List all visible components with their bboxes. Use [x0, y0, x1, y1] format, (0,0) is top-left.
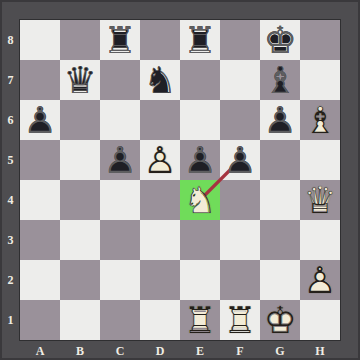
piece-white-king-g1[interactable]: ♚♔	[260, 300, 300, 340]
piece-white-queen-h4[interactable]: ♛♕	[300, 180, 340, 220]
piece-white-pawn-d5[interactable]: ♟♙	[140, 140, 180, 180]
white-rook-outline: ♖	[180, 300, 220, 340]
black-pawn-outline: ♙	[100, 140, 140, 180]
rank-label-3: 3	[2, 220, 19, 260]
black-knight-outline: ♘	[140, 60, 180, 100]
file-label-d: D	[140, 343, 180, 360]
piece-white-knight-e4[interactable]: ♞♘	[180, 180, 220, 220]
file-label-e: E	[180, 343, 220, 360]
black-rook-outline: ♖	[100, 20, 140, 60]
rank-label-5: 5	[2, 140, 19, 180]
piece-white-bishop-h6[interactable]: ♝♗	[300, 100, 340, 140]
white-rook-outline: ♖	[220, 300, 260, 340]
black-pawn-outline: ♙	[220, 140, 260, 180]
piece-black-king-g8[interactable]: ♚♔	[260, 20, 300, 60]
black-king-outline: ♔	[260, 20, 300, 60]
piece-black-rook-c8[interactable]: ♜♖	[100, 20, 140, 60]
piece-black-pawn-f5[interactable]: ♟♙	[220, 140, 260, 180]
board-pieces: ♜♖♜♖♚♔♛♕♞♘♝♗♟♙♟♙♝♗♟♙♟♙♟♙♟♙♞♘♛♕♟♙♜♖♜♖♚♔	[20, 20, 340, 340]
piece-white-rook-e1[interactable]: ♜♖	[180, 300, 220, 340]
file-label-h: H	[300, 343, 340, 360]
file-label-f: F	[220, 343, 260, 360]
black-pawn-outline: ♙	[260, 100, 300, 140]
file-label-b: B	[60, 343, 100, 360]
piece-black-bishop-g7[interactable]: ♝♗	[260, 60, 300, 100]
chess-board: ♜♖♜♖♚♔♛♕♞♘♝♗♟♙♟♙♝♗♟♙♟♙♟♙♟♙♞♘♛♕♟♙♜♖♜♖♚♔	[19, 19, 341, 341]
white-queen-outline: ♕	[300, 180, 340, 220]
rank-label-8: 8	[2, 20, 19, 60]
black-rook-outline: ♖	[180, 20, 220, 60]
black-pawn-outline: ♙	[180, 140, 220, 180]
white-king-outline: ♔	[260, 300, 300, 340]
piece-white-pawn-h2[interactable]: ♟♙	[300, 260, 340, 300]
white-knight-outline: ♘	[180, 180, 220, 220]
rank-label-1: 1	[2, 300, 19, 340]
white-pawn-outline: ♙	[300, 260, 340, 300]
file-label-c: C	[100, 343, 140, 360]
file-label-g: G	[260, 343, 300, 360]
rank-label-2: 2	[2, 260, 19, 300]
piece-black-pawn-c5[interactable]: ♟♙	[100, 140, 140, 180]
piece-black-pawn-g6[interactable]: ♟♙	[260, 100, 300, 140]
file-label-a: A	[20, 343, 60, 360]
piece-black-rook-e8[interactable]: ♜♖	[180, 20, 220, 60]
chess-board-frame: 87654321 ABCDEFGH ♜♖♜♖♚♔♛♕♞♘♝♗♟♙♟♙♝♗♟♙♟♙…	[0, 0, 360, 360]
rank-label-7: 7	[2, 60, 19, 100]
piece-black-pawn-e5[interactable]: ♟♙	[180, 140, 220, 180]
white-pawn-outline: ♙	[140, 140, 180, 180]
black-queen-outline: ♕	[60, 60, 100, 100]
black-pawn-outline: ♙	[20, 100, 60, 140]
piece-black-queen-b7[interactable]: ♛♕	[60, 60, 100, 100]
black-bishop-outline: ♗	[260, 60, 300, 100]
piece-black-pawn-a6[interactable]: ♟♙	[20, 100, 60, 140]
piece-black-knight-d7[interactable]: ♞♘	[140, 60, 180, 100]
rank-label-4: 4	[2, 180, 19, 220]
rank-label-6: 6	[2, 100, 19, 140]
white-bishop-outline: ♗	[300, 100, 340, 140]
piece-white-rook-f1[interactable]: ♜♖	[220, 300, 260, 340]
